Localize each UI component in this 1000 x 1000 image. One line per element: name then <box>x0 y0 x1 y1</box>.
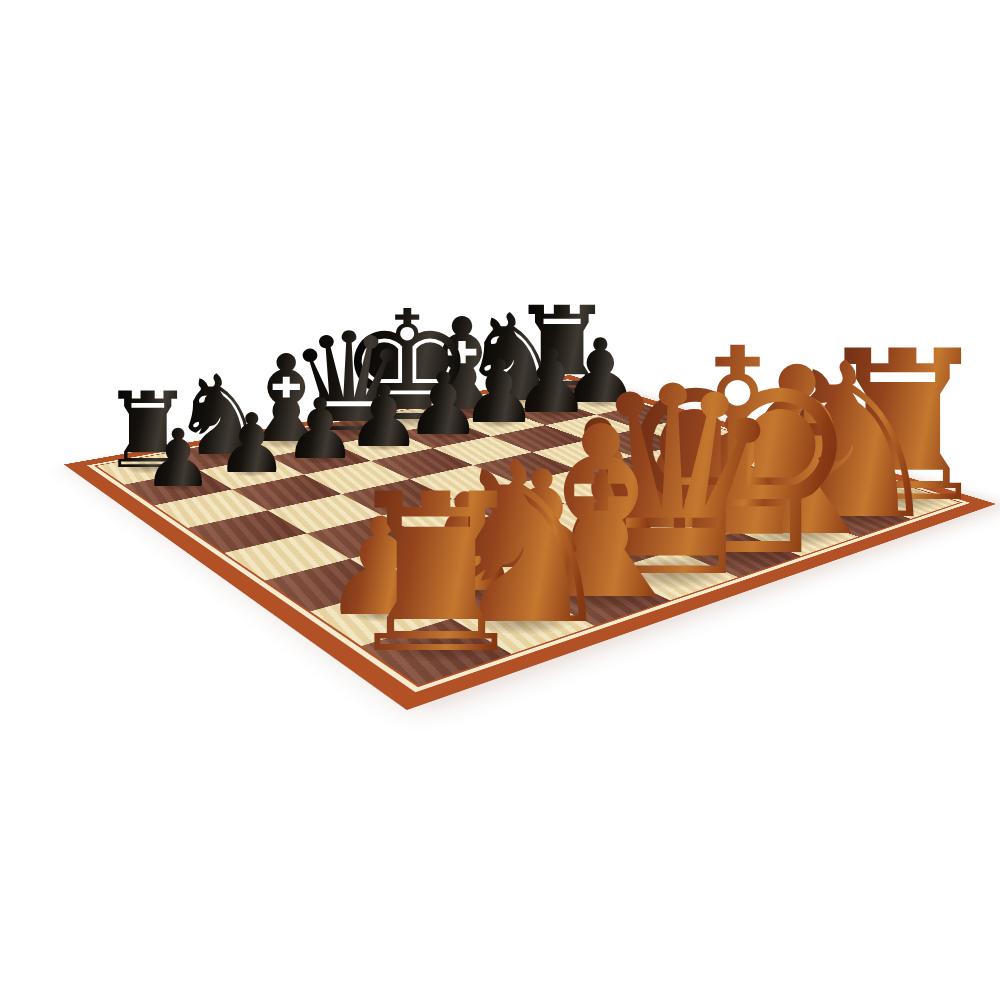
pieces-layer: ♜♞♟♝♟♚♟♛♟♝♟♞♟♜♟♟♟♟♜♟♞♟♝♟♚♟♛♟♝♟♞♜ <box>0 0 1000 1000</box>
piece-black-pawn-b7[interactable]: ♟ <box>215 403 289 485</box>
piece-white-rook-a1[interactable]: ♜ <box>338 465 534 683</box>
piece-black-pawn-a7[interactable]: ♟ <box>142 419 214 499</box>
chess-set-photo: ♜♞♟♝♟♚♟♛♟♝♟♞♟♜♟♟♟♟♜♟♞♟♝♟♚♟♛♟♝♟♞♜ <box>0 0 1000 1000</box>
